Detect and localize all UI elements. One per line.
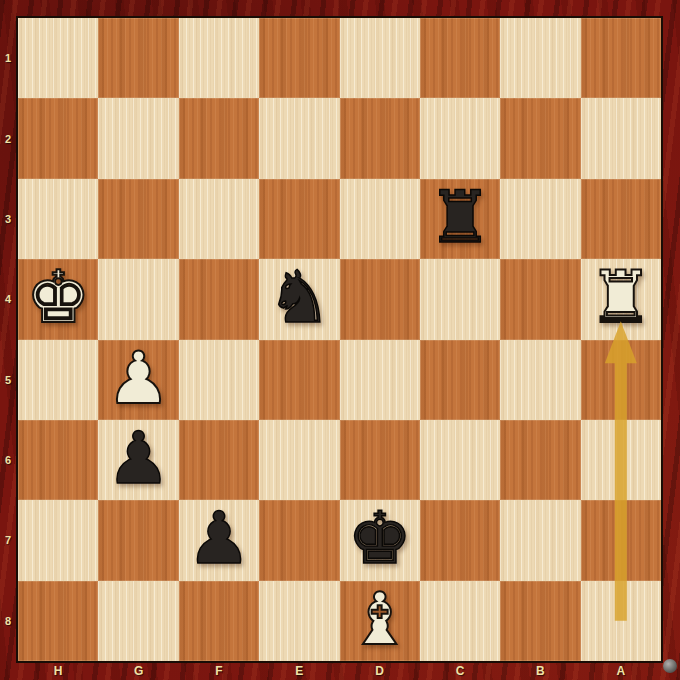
square-b8[interactable] bbox=[500, 581, 580, 661]
square-g8[interactable] bbox=[98, 581, 178, 661]
square-e7[interactable] bbox=[259, 500, 339, 580]
square-a2[interactable] bbox=[581, 98, 661, 178]
file-label: H bbox=[18, 661, 98, 680]
square-e4[interactable]: ♞ bbox=[259, 259, 339, 339]
square-h7[interactable] bbox=[18, 500, 98, 580]
square-h1[interactable] bbox=[18, 18, 98, 98]
square-g7[interactable] bbox=[98, 500, 178, 580]
square-d2[interactable] bbox=[340, 98, 420, 178]
square-g1[interactable] bbox=[98, 18, 178, 98]
square-c5[interactable] bbox=[420, 340, 500, 420]
square-c1[interactable] bbox=[420, 18, 500, 98]
rank-label: 6 bbox=[0, 420, 16, 500]
square-b4[interactable] bbox=[500, 259, 580, 339]
square-b2[interactable] bbox=[500, 98, 580, 178]
black-knight[interactable]: ♞ bbox=[267, 257, 332, 337]
square-c4[interactable] bbox=[420, 259, 500, 339]
square-a7[interactable] bbox=[581, 500, 661, 580]
black-rook[interactable]: ♜ bbox=[428, 177, 493, 257]
square-d4[interactable] bbox=[340, 259, 420, 339]
file-label: A bbox=[581, 661, 661, 680]
square-b7[interactable] bbox=[500, 500, 580, 580]
square-d3[interactable] bbox=[340, 179, 420, 259]
square-d6[interactable] bbox=[340, 420, 420, 500]
rank-label: 3 bbox=[0, 179, 16, 259]
square-e2[interactable] bbox=[259, 98, 339, 178]
square-b6[interactable] bbox=[500, 420, 580, 500]
square-h8[interactable] bbox=[18, 581, 98, 661]
square-f6[interactable] bbox=[179, 420, 259, 500]
file-label: F bbox=[179, 661, 259, 680]
rank-label: 5 bbox=[0, 340, 16, 420]
chess-board-frame: 1 2 3 4 5 6 7 8 ♜♚♞♜♟♟♟♚♝ H G F E D C B … bbox=[0, 0, 680, 680]
square-b1[interactable] bbox=[500, 18, 580, 98]
square-h2[interactable] bbox=[18, 98, 98, 178]
square-c2[interactable] bbox=[420, 98, 500, 178]
square-f4[interactable] bbox=[179, 259, 259, 339]
rank-label: 4 bbox=[0, 259, 16, 339]
square-d7[interactable]: ♚ bbox=[340, 500, 420, 580]
square-c6[interactable] bbox=[420, 420, 500, 500]
rank-label: 2 bbox=[0, 98, 16, 178]
file-label: G bbox=[98, 661, 178, 680]
rank-label: 8 bbox=[0, 581, 16, 661]
square-a8[interactable] bbox=[581, 581, 661, 661]
square-g2[interactable] bbox=[98, 98, 178, 178]
square-e6[interactable] bbox=[259, 420, 339, 500]
square-f8[interactable] bbox=[179, 581, 259, 661]
file-label: D bbox=[340, 661, 420, 680]
square-e5[interactable] bbox=[259, 340, 339, 420]
white-rook[interactable]: ♜ bbox=[589, 257, 654, 337]
square-d8[interactable]: ♝ bbox=[340, 581, 420, 661]
file-label: E bbox=[259, 661, 339, 680]
square-b5[interactable] bbox=[500, 340, 580, 420]
square-d1[interactable] bbox=[340, 18, 420, 98]
square-f3[interactable] bbox=[179, 179, 259, 259]
board: ♜♚♞♜♟♟♟♚♝ bbox=[16, 16, 663, 663]
square-a5[interactable] bbox=[581, 340, 661, 420]
square-g6[interactable]: ♟ bbox=[98, 420, 178, 500]
square-c8[interactable] bbox=[420, 581, 500, 661]
black-king[interactable]: ♚ bbox=[347, 498, 412, 578]
rank-label: 7 bbox=[0, 500, 16, 580]
square-h6[interactable] bbox=[18, 420, 98, 500]
square-a6[interactable] bbox=[581, 420, 661, 500]
file-label: B bbox=[500, 661, 580, 680]
corner-dot-logo bbox=[663, 659, 677, 673]
square-h4[interactable]: ♚ bbox=[18, 259, 98, 339]
square-f2[interactable] bbox=[179, 98, 259, 178]
file-labels: H G F E D C B A bbox=[18, 661, 661, 680]
white-king[interactable]: ♚ bbox=[26, 257, 91, 337]
square-g3[interactable] bbox=[98, 179, 178, 259]
square-b3[interactable] bbox=[500, 179, 580, 259]
white-bishop[interactable]: ♝ bbox=[347, 579, 412, 659]
square-f7[interactable]: ♟ bbox=[179, 500, 259, 580]
square-h3[interactable] bbox=[18, 179, 98, 259]
square-f5[interactable] bbox=[179, 340, 259, 420]
white-pawn[interactable]: ♟ bbox=[106, 338, 171, 418]
rank-label: 1 bbox=[0, 18, 16, 98]
square-g4[interactable] bbox=[98, 259, 178, 339]
black-pawn[interactable]: ♟ bbox=[106, 418, 171, 498]
square-g5[interactable]: ♟ bbox=[98, 340, 178, 420]
square-c3[interactable]: ♜ bbox=[420, 179, 500, 259]
file-label: C bbox=[420, 661, 500, 680]
square-a4[interactable]: ♜ bbox=[581, 259, 661, 339]
square-a1[interactable] bbox=[581, 18, 661, 98]
rank-labels: 1 2 3 4 5 6 7 8 bbox=[0, 18, 16, 661]
square-h5[interactable] bbox=[18, 340, 98, 420]
square-c7[interactable] bbox=[420, 500, 500, 580]
square-a3[interactable] bbox=[581, 179, 661, 259]
square-f1[interactable] bbox=[179, 18, 259, 98]
square-e3[interactable] bbox=[259, 179, 339, 259]
board-grid: ♜♚♞♜♟♟♟♚♝ bbox=[18, 18, 661, 661]
black-pawn[interactable]: ♟ bbox=[187, 498, 252, 578]
square-e8[interactable] bbox=[259, 581, 339, 661]
square-d5[interactable] bbox=[340, 340, 420, 420]
square-e1[interactable] bbox=[259, 18, 339, 98]
